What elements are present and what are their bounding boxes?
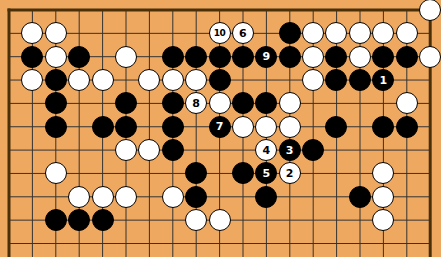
- stone-white: [302, 69, 324, 91]
- stone-black-move-3: 3: [279, 139, 301, 161]
- stone-white: [372, 209, 394, 231]
- stone-black: [185, 162, 207, 184]
- stone-white: [209, 92, 231, 114]
- stone-white-move-6: 6: [232, 22, 254, 44]
- stone-white: [349, 46, 371, 68]
- stone-black: [185, 186, 207, 208]
- stone-black: [279, 22, 301, 44]
- stone-black: [279, 46, 301, 68]
- stone-black: [45, 209, 67, 231]
- stone-black: [209, 46, 231, 68]
- stone-white: [302, 22, 324, 44]
- stone-white: [325, 22, 347, 44]
- stone-white: [419, 0, 441, 21]
- stone-black: [92, 116, 114, 138]
- stone-white: [21, 22, 43, 44]
- stone-black: [232, 46, 254, 68]
- stone-black: [325, 46, 347, 68]
- stone-white: [68, 69, 90, 91]
- stone-black: [162, 46, 184, 68]
- stone-black: [396, 116, 418, 138]
- stone-black: [325, 116, 347, 138]
- stone-white: [279, 92, 301, 114]
- stone-white: [115, 46, 137, 68]
- stone-white: [92, 186, 114, 208]
- stone-black: [232, 92, 254, 114]
- stone-black: [349, 69, 371, 91]
- stone-black: [45, 92, 67, 114]
- stone-white-move-2: 2: [279, 162, 301, 184]
- stone-black: [302, 139, 324, 161]
- stone-black-move-7: 7: [209, 116, 231, 138]
- stone-white: [232, 116, 254, 138]
- stone-white: [115, 139, 137, 161]
- stone-white: [45, 46, 67, 68]
- stone-black: [92, 209, 114, 231]
- stone-black: [185, 46, 207, 68]
- stone-white: [396, 22, 418, 44]
- stone-black: [349, 186, 371, 208]
- stone-black: [255, 186, 277, 208]
- stone-black: [372, 46, 394, 68]
- stone-white: [185, 69, 207, 91]
- stone-white: [372, 186, 394, 208]
- stone-white: [92, 69, 114, 91]
- stone-black: [115, 116, 137, 138]
- stone-black: [45, 69, 67, 91]
- stone-white: [302, 46, 324, 68]
- stone-black: [115, 92, 137, 114]
- stone-black: [232, 162, 254, 184]
- stone-black: [21, 46, 43, 68]
- stone-black: [162, 139, 184, 161]
- stone-white: [115, 186, 137, 208]
- stone-white: [349, 22, 371, 44]
- stone-white: [372, 162, 394, 184]
- stone-black: [209, 69, 231, 91]
- stone-white: [279, 116, 301, 138]
- stone-white: [396, 92, 418, 114]
- stone-white-move-8: 8: [185, 92, 207, 114]
- stone-white-move-10: 10: [209, 22, 231, 44]
- stone-white: [45, 162, 67, 184]
- stone-black: [45, 116, 67, 138]
- stone-white-move-4: 4: [255, 139, 277, 161]
- stone-black: [68, 46, 90, 68]
- go-board-diagram: 10691874352: [0, 0, 441, 257]
- stone-white: [138, 139, 160, 161]
- stone-black-move-5: 5: [255, 162, 277, 184]
- stone-white: [209, 209, 231, 231]
- stone-black-move-9: 9: [255, 46, 277, 68]
- stone-white: [372, 22, 394, 44]
- stone-black: [68, 209, 90, 231]
- stone-white: [419, 46, 441, 68]
- board-stones-layer: 10691874352: [0, 0, 441, 255]
- stone-white: [185, 209, 207, 231]
- stone-black: [162, 92, 184, 114]
- stone-black: [255, 92, 277, 114]
- stone-white: [162, 186, 184, 208]
- stone-white: [45, 22, 67, 44]
- stone-white: [68, 186, 90, 208]
- stone-white: [138, 69, 160, 91]
- stone-white: [162, 69, 184, 91]
- stone-white: [255, 116, 277, 138]
- stone-black: [396, 46, 418, 68]
- stone-black: [162, 116, 184, 138]
- stone-white: [21, 69, 43, 91]
- stone-black: [325, 69, 347, 91]
- stone-black: [372, 116, 394, 138]
- stone-black-move-1: 1: [372, 69, 394, 91]
